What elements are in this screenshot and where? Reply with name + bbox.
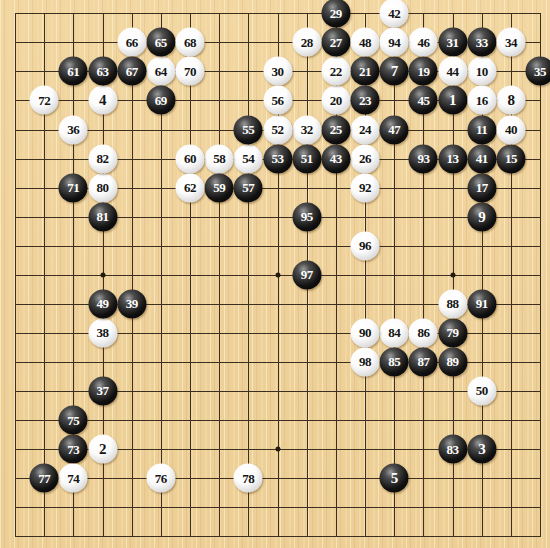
- grid-line-horizontal: [15, 420, 541, 421]
- go-stone-white: 58: [205, 144, 234, 173]
- go-stone-black: 61: [59, 57, 88, 86]
- go-stone-white: 24: [351, 115, 380, 144]
- go-stone-black: 53: [263, 144, 292, 173]
- grid-line-horizontal: [15, 507, 541, 508]
- go-stone-black: 49: [88, 289, 117, 318]
- grid-line-vertical: [394, 13, 395, 536]
- go-stone-black: 41: [467, 144, 496, 173]
- go-stone-black: 33: [467, 28, 496, 57]
- go-stone-black: 51: [292, 144, 321, 173]
- go-stone-white: 68: [176, 28, 205, 57]
- go-stone-white: 72: [30, 86, 59, 115]
- go-stone-white: 78: [234, 464, 263, 493]
- go-stone-white: 88: [438, 289, 467, 318]
- go-stone-white: 36: [59, 115, 88, 144]
- star-point: [275, 447, 280, 452]
- go-stone-white: 30: [263, 57, 292, 86]
- go-stone-black: 65: [146, 28, 175, 57]
- go-stone-black: 85: [380, 347, 409, 376]
- go-stone-black: 87: [409, 347, 438, 376]
- go-stone-white: 52: [263, 115, 292, 144]
- go-stone-black: 81: [88, 202, 117, 231]
- go-stone-white: 40: [496, 115, 525, 144]
- go-stone-black: 37: [88, 376, 117, 405]
- go-stone-white: 48: [351, 28, 380, 57]
- go-stone-white: 34: [496, 28, 525, 57]
- go-stone-white: 10: [467, 57, 496, 86]
- go-stone-black: 89: [438, 347, 467, 376]
- star-point: [275, 272, 280, 277]
- go-stone-white: 28: [292, 28, 321, 57]
- go-board[interactable]: 1234578910111315161719202122232425262728…: [0, 0, 550, 548]
- go-stone-black: 43: [321, 144, 350, 173]
- go-stone-white: 44: [438, 57, 467, 86]
- go-stone-white: 20: [321, 86, 350, 115]
- go-stone-black: 45: [409, 86, 438, 115]
- go-stone-white: 2: [88, 435, 117, 464]
- go-stone-white: 50: [467, 376, 496, 405]
- go-stone-white: 90: [351, 318, 380, 347]
- go-stone-black: 91: [467, 289, 496, 318]
- grid-line-vertical: [540, 13, 541, 536]
- go-stone-black: 9: [467, 202, 496, 231]
- go-stone-black: 29: [321, 0, 350, 28]
- go-stone-white: 22: [321, 57, 350, 86]
- go-stone-black: 95: [292, 202, 321, 231]
- go-stone-white: 38: [88, 318, 117, 347]
- go-stone-white: 86: [409, 318, 438, 347]
- grid-line-horizontal: [15, 478, 541, 479]
- go-stone-white: 76: [146, 464, 175, 493]
- grid-line-horizontal: [15, 536, 541, 537]
- go-stone-white: 4: [88, 86, 117, 115]
- go-stone-black: 59: [205, 173, 234, 202]
- go-stone-white: 74: [59, 464, 88, 493]
- go-stone-black: 79: [438, 318, 467, 347]
- go-stone-white: 54: [234, 144, 263, 173]
- go-stone-black: 97: [292, 260, 321, 289]
- go-stone-black: 77: [30, 464, 59, 493]
- go-stone-black: 31: [438, 28, 467, 57]
- go-stone-black: 27: [321, 28, 350, 57]
- go-stone-white: 16: [467, 86, 496, 115]
- go-stone-white: 56: [263, 86, 292, 115]
- go-stone-white: 26: [351, 144, 380, 173]
- go-stone-black: 67: [117, 57, 146, 86]
- go-stone-black: 93: [409, 144, 438, 173]
- star-point: [100, 272, 105, 277]
- go-stone-white: 42: [380, 0, 409, 28]
- go-stone-black: 1: [438, 86, 467, 115]
- go-stone-black: 47: [380, 115, 409, 144]
- go-stone-white: 60: [176, 144, 205, 173]
- go-stone-black: 5: [380, 464, 409, 493]
- go-stone-white: 98: [351, 347, 380, 376]
- go-stone-black: 83: [438, 435, 467, 464]
- go-stone-black: 11: [467, 115, 496, 144]
- go-stone-black: 21: [351, 57, 380, 86]
- go-stone-black: 75: [59, 406, 88, 435]
- go-stone-black: 17: [467, 173, 496, 202]
- go-stone-black: 71: [59, 173, 88, 202]
- go-stone-black: 3: [467, 435, 496, 464]
- go-stone-white: 46: [409, 28, 438, 57]
- go-stone-black: 25: [321, 115, 350, 144]
- go-stone-black: 69: [146, 86, 175, 115]
- go-stone-black: 23: [351, 86, 380, 115]
- go-stone-white: 8: [496, 86, 525, 115]
- go-stone-black: 19: [409, 57, 438, 86]
- go-stone-white: 62: [176, 173, 205, 202]
- go-stone-black: 39: [117, 289, 146, 318]
- go-stone-white: 92: [351, 173, 380, 202]
- go-stone-black: 57: [234, 173, 263, 202]
- go-stone-black: 35: [526, 57, 550, 86]
- go-stone-white: 66: [117, 28, 146, 57]
- go-stone-white: 32: [292, 115, 321, 144]
- go-stone-white: 80: [88, 173, 117, 202]
- go-stone-black: 7: [380, 57, 409, 86]
- go-stone-white: 64: [146, 57, 175, 86]
- go-stone-white: 82: [88, 144, 117, 173]
- go-stone-black: 15: [496, 144, 525, 173]
- go-stone-black: 63: [88, 57, 117, 86]
- go-stone-white: 94: [380, 28, 409, 57]
- star-point: [450, 272, 455, 277]
- go-stone-black: 13: [438, 144, 467, 173]
- go-stone-black: 55: [234, 115, 263, 144]
- go-stone-white: 96: [351, 231, 380, 260]
- go-stone-white: 70: [176, 57, 205, 86]
- go-stone-white: 84: [380, 318, 409, 347]
- go-stone-black: 73: [59, 435, 88, 464]
